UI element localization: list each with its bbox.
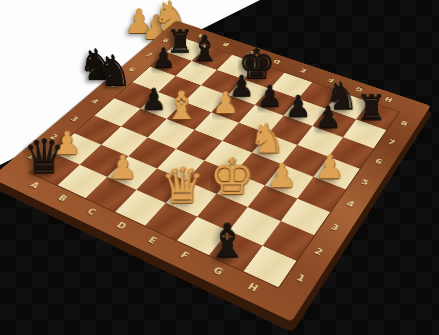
- piece-black-pawn-e7[interactable]: ♟: [256, 82, 283, 109]
- piece-white-queen-e2[interactable]: ♛: [160, 163, 204, 208]
- piece-black-pawn-a7[interactable]: ♟: [151, 45, 176, 71]
- piece-black-pawn-g7[interactable]: ♟: [314, 103, 341, 131]
- piece-white-king-f3[interactable]: ♚: [210, 154, 255, 200]
- rank-label-right-5: 5: [355, 176, 375, 188]
- piece-white-pawn-d6[interactable]: ♟: [212, 89, 239, 117]
- board-scene: ♜♝♚♞♜♟♟♟♟♟♟♟♝♞♟♟♚♟♟♛♛♝ AA11BB22CC33DD44E…: [0, 0, 439, 335]
- rank-label-left-4: 4: [86, 97, 104, 107]
- rank-label-right-8: 8: [395, 118, 413, 129]
- rank-label-right-1: 1: [290, 270, 313, 286]
- piece-white-knight-f5[interactable]: ♞: [249, 120, 286, 158]
- piece-white-pawn-g4[interactable]: ♟: [267, 160, 297, 191]
- piece-black-bishop-g1[interactable]: ♝: [206, 219, 248, 262]
- rank-label-right-3: 3: [325, 220, 346, 234]
- rank-label-right-4: 4: [341, 198, 362, 211]
- captured-black-knight[interactable]: ♞: [95, 52, 133, 90]
- rank-label-right-2: 2: [308, 244, 330, 259]
- board-frame: ♜♝♚♞♜♟♟♟♟♟♟♟♝♞♟♟♚♟♟♛♛♝ AA11BB22CC33DD44E…: [0, 21, 431, 322]
- piece-white-pawn-h5[interactable]: ♟: [315, 152, 344, 182]
- rank-label-right-6: 6: [369, 156, 388, 168]
- rank-label-right-7: 7: [383, 137, 402, 148]
- piece-black-queen-a1[interactable]: ♛: [23, 134, 66, 178]
- rank-label-left-3: 3: [66, 114, 84, 124]
- piece-white-bishop-c5[interactable]: ♝: [163, 88, 198, 124]
- piece-white-pawn-c2[interactable]: ♟: [108, 152, 137, 182]
- piece-black-pawn-f7[interactable]: ♟: [285, 93, 312, 121]
- chessboard-photo: { "game": "chess", "scene": "wooden tour…: [0, 0, 439, 335]
